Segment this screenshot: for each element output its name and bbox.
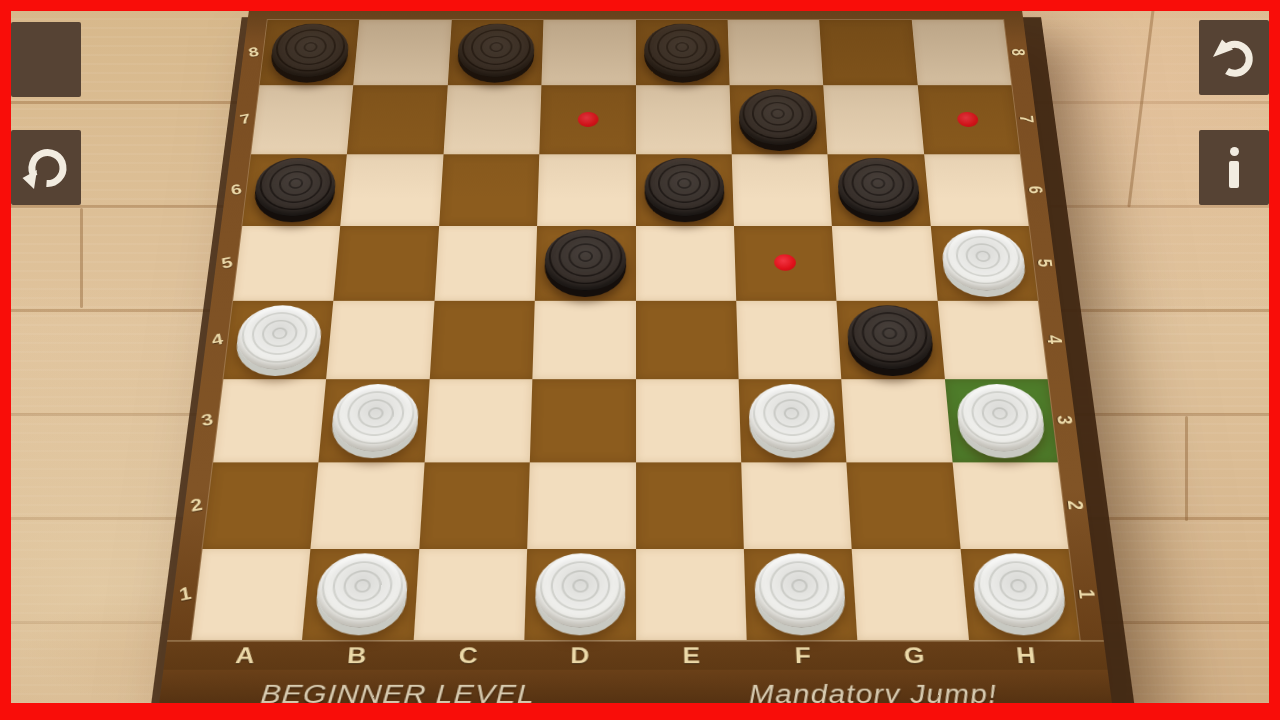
file-label-c: C (412, 642, 525, 670)
white-piece-b3[interactable] (329, 384, 420, 452)
square-g4[interactable] (837, 301, 945, 380)
square-d2[interactable] (527, 462, 635, 549)
rank-label-8-right: 8 (970, 45, 1065, 59)
square-g5[interactable] (832, 226, 937, 301)
file-label-a: A (188, 642, 303, 670)
hint-dot-d7 (578, 112, 599, 127)
rank-label-7-right: 7 (978, 112, 1075, 127)
square-a8[interactable] (260, 20, 360, 86)
square-b4[interactable] (326, 301, 434, 380)
square-b5[interactable] (334, 226, 439, 301)
square-g6[interactable] (828, 154, 931, 226)
square-h3[interactable] (945, 379, 1058, 462)
square-f4[interactable] (736, 301, 841, 380)
black-piece-g4[interactable] (846, 305, 934, 369)
floor-plank-seam (1185, 416, 1188, 521)
square-b6[interactable] (341, 154, 444, 226)
file-label-b: B (300, 642, 414, 670)
square-e2[interactable] (636, 462, 744, 549)
square-e4[interactable] (636, 301, 739, 380)
rotate-button[interactable] (11, 130, 81, 205)
hint-dot-f5 (774, 255, 796, 271)
white-piece-a4[interactable] (234, 305, 324, 369)
rotate-ccw-icon (20, 142, 72, 194)
black-piece-c8[interactable] (456, 23, 535, 77)
square-g3[interactable] (842, 379, 953, 462)
square-f7[interactable] (729, 85, 827, 154)
white-piece-h3[interactable] (954, 384, 1047, 452)
white-piece-h5[interactable] (940, 230, 1028, 291)
square-e3[interactable] (636, 379, 742, 462)
square-f2[interactable] (741, 462, 852, 549)
white-piece-f1[interactable] (754, 554, 847, 629)
info-button[interactable]: i (1199, 130, 1269, 205)
black-piece-g6[interactable] (837, 158, 921, 217)
black-piece-f7[interactable] (738, 89, 818, 145)
square-b3[interactable] (319, 379, 430, 462)
square-b2[interactable] (311, 462, 425, 549)
white-piece-d1[interactable] (535, 554, 626, 629)
square-c4[interactable] (429, 301, 534, 380)
undo-button[interactable] (1199, 20, 1269, 95)
square-c5[interactable] (434, 226, 537, 301)
black-piece-d5[interactable] (544, 230, 626, 291)
white-piece-h1[interactable] (970, 554, 1068, 629)
floor-plank-seam (1127, 1, 1155, 208)
square-g1[interactable] (852, 549, 969, 640)
square-b7[interactable] (347, 85, 447, 154)
square-c7[interactable] (443, 85, 541, 154)
square-a1[interactable] (191, 549, 310, 640)
square-b8[interactable] (354, 20, 452, 86)
board-grid (191, 20, 1079, 640)
square-d4[interactable] (532, 301, 635, 380)
square-a2[interactable] (203, 462, 319, 549)
square-d7[interactable] (539, 85, 635, 154)
file-label-h: H (969, 642, 1084, 670)
square-d3[interactable] (530, 379, 636, 462)
square-f1[interactable] (744, 549, 858, 640)
square-e8[interactable] (636, 20, 730, 86)
file-label-e: E (636, 642, 748, 670)
square-f3[interactable] (739, 379, 847, 462)
rank-label-4-right: 4 (1002, 331, 1106, 348)
screen-border-right (1269, 0, 1280, 720)
rank-label-6-right: 6 (985, 182, 1084, 198)
screen-border-top (0, 0, 1280, 11)
app-screen: 87654321 87654321 ABCDEFGH BEGINNER LEVE… (0, 0, 1280, 720)
file-labels-row: ABCDEFGH (163, 640, 1107, 670)
square-d5[interactable] (535, 226, 636, 301)
white-piece-b1[interactable] (313, 554, 409, 629)
square-c1[interactable] (413, 549, 527, 640)
square-g7[interactable] (823, 85, 923, 154)
square-b1[interactable] (302, 549, 419, 640)
menu-button[interactable] (11, 22, 81, 97)
square-d8[interactable] (542, 20, 636, 86)
floor-plank-seam (80, 208, 83, 308)
black-piece-a8[interactable] (269, 23, 351, 77)
black-piece-e6[interactable] (644, 158, 725, 217)
rank-label-2-right: 2 (1020, 495, 1129, 514)
file-label-g: G (858, 642, 972, 670)
square-e6[interactable] (636, 154, 734, 226)
square-d1[interactable] (524, 549, 635, 640)
undo-arrow-icon (1208, 32, 1260, 84)
file-label-d: D (524, 642, 636, 670)
square-c3[interactable] (424, 379, 532, 462)
square-e5[interactable] (636, 226, 737, 301)
screen-border-left (0, 0, 11, 720)
square-c6[interactable] (439, 154, 539, 226)
square-f8[interactable] (727, 20, 823, 86)
white-piece-f3[interactable] (748, 384, 837, 452)
square-g8[interactable] (819, 20, 917, 86)
square-e1[interactable] (636, 549, 747, 640)
square-a5[interactable] (233, 226, 341, 301)
square-c2[interactable] (419, 462, 530, 549)
square-h5[interactable] (930, 226, 1038, 301)
square-h1[interactable] (960, 549, 1079, 640)
square-g2[interactable] (847, 462, 961, 549)
info-icon: i (1229, 147, 1239, 188)
square-a7[interactable] (251, 85, 353, 154)
file-label-f: F (747, 642, 860, 670)
square-f5[interactable] (734, 226, 837, 301)
checkers-board: 87654321 87654321 ABCDEFGH BEGINNER LEVE… (157, 8, 1114, 719)
hint-dot-h7 (957, 112, 979, 127)
square-f6[interactable] (732, 154, 832, 226)
square-a4[interactable] (223, 301, 333, 380)
square-c8[interactable] (448, 20, 544, 86)
screen-border-bottom (0, 703, 1280, 720)
black-piece-a6[interactable] (252, 158, 338, 217)
square-a3[interactable] (213, 379, 326, 462)
square-a6[interactable] (242, 154, 347, 226)
square-d6[interactable] (537, 154, 635, 226)
black-piece-e8[interactable] (644, 23, 721, 77)
square-e7[interactable] (636, 85, 732, 154)
